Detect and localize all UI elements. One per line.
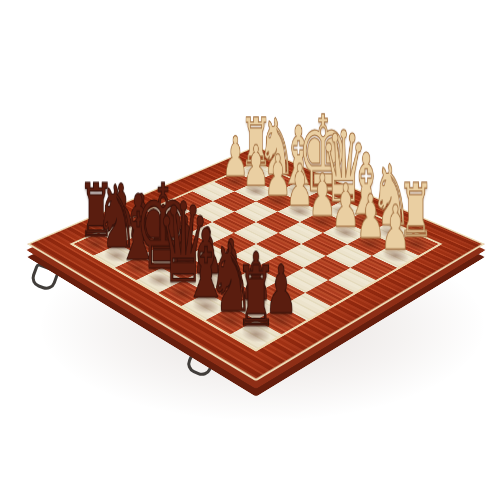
white-pawn[interactable]: ♟ bbox=[371, 198, 420, 259]
scene: { "game": "chess", "scene": { "type": "p… bbox=[0, 0, 500, 500]
black-rook[interactable]: ♜ bbox=[229, 256, 283, 340]
